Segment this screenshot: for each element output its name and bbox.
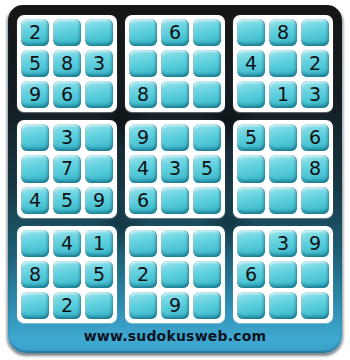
cell-r9c3[interactable] — [85, 292, 113, 319]
box-r2c1: 37459 — [17, 120, 117, 217]
cell-r1c7[interactable] — [237, 19, 265, 46]
cell-r6c7[interactable] — [237, 187, 265, 214]
cell-r8c6[interactable] — [193, 261, 221, 288]
cell-r8c2[interactable] — [53, 261, 81, 288]
box-r2c2: 94356 — [125, 120, 225, 217]
cell-r9c7[interactable] — [237, 292, 265, 319]
cell-r7c7[interactable] — [237, 230, 265, 257]
board-frame: 258396688421337459943565684185229396 www… — [8, 5, 342, 353]
cell-r2c2[interactable]: 8 — [53, 50, 81, 77]
cell-r6c1[interactable]: 4 — [21, 187, 49, 214]
cell-r7c5[interactable] — [161, 230, 189, 257]
cell-r1c8[interactable]: 8 — [269, 19, 297, 46]
cell-r1c4[interactable] — [129, 19, 157, 46]
cell-r3c5[interactable] — [161, 81, 189, 108]
cell-r3c1[interactable]: 9 — [21, 81, 49, 108]
cell-r7c8[interactable]: 3 — [269, 230, 297, 257]
box-r3c2: 29 — [125, 226, 225, 323]
cell-r5c8[interactable] — [269, 155, 297, 182]
cell-r7c2[interactable]: 4 — [53, 230, 81, 257]
cell-r7c1[interactable] — [21, 230, 49, 257]
cell-r9c1[interactable] — [21, 292, 49, 319]
cell-r4c7[interactable]: 5 — [237, 124, 265, 151]
cell-r4c6[interactable] — [193, 124, 221, 151]
cell-r4c5[interactable] — [161, 124, 189, 151]
cell-r1c5[interactable]: 6 — [161, 19, 189, 46]
cell-r4c4[interactable]: 9 — [129, 124, 157, 151]
website-link[interactable]: www.sudokusweb.com — [84, 328, 267, 344]
sudoku-board: 258396688421337459943565684185229396 — [17, 15, 333, 323]
cell-r3c3[interactable] — [85, 81, 113, 108]
box-r3c1: 41852 — [17, 226, 117, 323]
cell-r5c9[interactable]: 8 — [301, 155, 329, 182]
cell-r2c5[interactable] — [161, 50, 189, 77]
cell-r4c3[interactable] — [85, 124, 113, 151]
cell-r8c1[interactable]: 8 — [21, 261, 49, 288]
cell-r6c3[interactable]: 9 — [85, 187, 113, 214]
cell-r9c5[interactable]: 9 — [161, 292, 189, 319]
box-r2c3: 568 — [233, 120, 333, 217]
cell-r9c6[interactable] — [193, 292, 221, 319]
cell-r6c4[interactable]: 6 — [129, 187, 157, 214]
cell-r3c7[interactable] — [237, 81, 265, 108]
cell-r8c3[interactable]: 5 — [85, 261, 113, 288]
sudoku-app: 258396688421337459943565684185229396 www… — [0, 0, 350, 360]
cell-r9c8[interactable] — [269, 292, 297, 319]
cell-r5c4[interactable]: 4 — [129, 155, 157, 182]
cell-r9c4[interactable] — [129, 292, 157, 319]
cell-r1c3[interactable] — [85, 19, 113, 46]
cell-r1c9[interactable] — [301, 19, 329, 46]
cell-r3c4[interactable]: 8 — [129, 81, 157, 108]
cell-r4c9[interactable]: 6 — [301, 124, 329, 151]
box-r1c1: 258396 — [17, 15, 117, 112]
cell-r7c9[interactable]: 9 — [301, 230, 329, 257]
cell-r4c2[interactable]: 3 — [53, 124, 81, 151]
cell-r2c6[interactable] — [193, 50, 221, 77]
cell-r3c2[interactable]: 6 — [53, 81, 81, 108]
cell-r5c1[interactable] — [21, 155, 49, 182]
cell-r1c2[interactable] — [53, 19, 81, 46]
cell-r2c8[interactable] — [269, 50, 297, 77]
cell-r1c1[interactable]: 2 — [21, 19, 49, 46]
box-r1c2: 68 — [125, 15, 225, 112]
cell-r7c6[interactable] — [193, 230, 221, 257]
cell-r6c2[interactable]: 5 — [53, 187, 81, 214]
cell-r2c1[interactable]: 5 — [21, 50, 49, 77]
cell-r4c1[interactable] — [21, 124, 49, 151]
cell-r5c6[interactable]: 5 — [193, 155, 221, 182]
cell-r5c5[interactable]: 3 — [161, 155, 189, 182]
cell-r3c8[interactable]: 1 — [269, 81, 297, 108]
cell-r6c9[interactable] — [301, 187, 329, 214]
cell-r8c9[interactable] — [301, 261, 329, 288]
cell-r1c6[interactable] — [193, 19, 221, 46]
cell-r8c5[interactable] — [161, 261, 189, 288]
cell-r9c9[interactable] — [301, 292, 329, 319]
box-r1c3: 84213 — [233, 15, 333, 112]
cell-r5c3[interactable] — [85, 155, 113, 182]
cell-r3c9[interactable]: 3 — [301, 81, 329, 108]
cell-r6c8[interactable] — [269, 187, 297, 214]
cell-r6c5[interactable] — [161, 187, 189, 214]
cell-r7c4[interactable] — [129, 230, 157, 257]
cell-r6c6[interactable] — [193, 187, 221, 214]
cell-r3c6[interactable] — [193, 81, 221, 108]
cell-r8c7[interactable]: 6 — [237, 261, 265, 288]
cell-r2c9[interactable]: 2 — [301, 50, 329, 77]
cell-r9c2[interactable]: 2 — [53, 292, 81, 319]
cell-r5c7[interactable] — [237, 155, 265, 182]
box-r3c3: 396 — [233, 226, 333, 323]
cell-r8c4[interactable]: 2 — [129, 261, 157, 288]
cell-r4c8[interactable] — [269, 124, 297, 151]
footer-bar: www.sudokusweb.com — [8, 322, 342, 353]
cell-r8c8[interactable] — [269, 261, 297, 288]
cell-r5c2[interactable]: 7 — [53, 155, 81, 182]
cell-r7c3[interactable]: 1 — [85, 230, 113, 257]
cell-r2c4[interactable] — [129, 50, 157, 77]
cell-r2c7[interactable]: 4 — [237, 50, 265, 77]
cell-r2c3[interactable]: 3 — [85, 50, 113, 77]
